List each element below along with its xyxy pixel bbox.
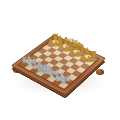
chess-set-photo: ♜♞♝♛♚♝♞♜♟♟♟♟♟♟♟♟♟♟♟♟♟♟♟♟♜♞♝♛♚♝♞♜ — [0, 0, 120, 120]
chess-board: ♜♞♝♛♚♝♞♜♟♟♟♟♟♟♟♟♟♟♟♟♟♟♟♟♜♞♝♛♚♝♞♜ — [11, 34, 106, 95]
gold-pawn-icon: ♟ — [85, 55, 93, 63]
pieces-layer: ♜♞♝♛♚♝♞♜♟♟♟♟♟♟♟♟♟♟♟♟♟♟♟♟♜♞♝♛♚♝♞♜ — [19, 39, 98, 89]
perspective-scene: ♜♞♝♛♚♝♞♜♟♟♟♟♟♟♟♟♟♟♟♟♟♟♟♟♜♞♝♛♚♝♞♜ — [0, 0, 120, 120]
silver-rook-icon: ♜ — [59, 77, 67, 86]
